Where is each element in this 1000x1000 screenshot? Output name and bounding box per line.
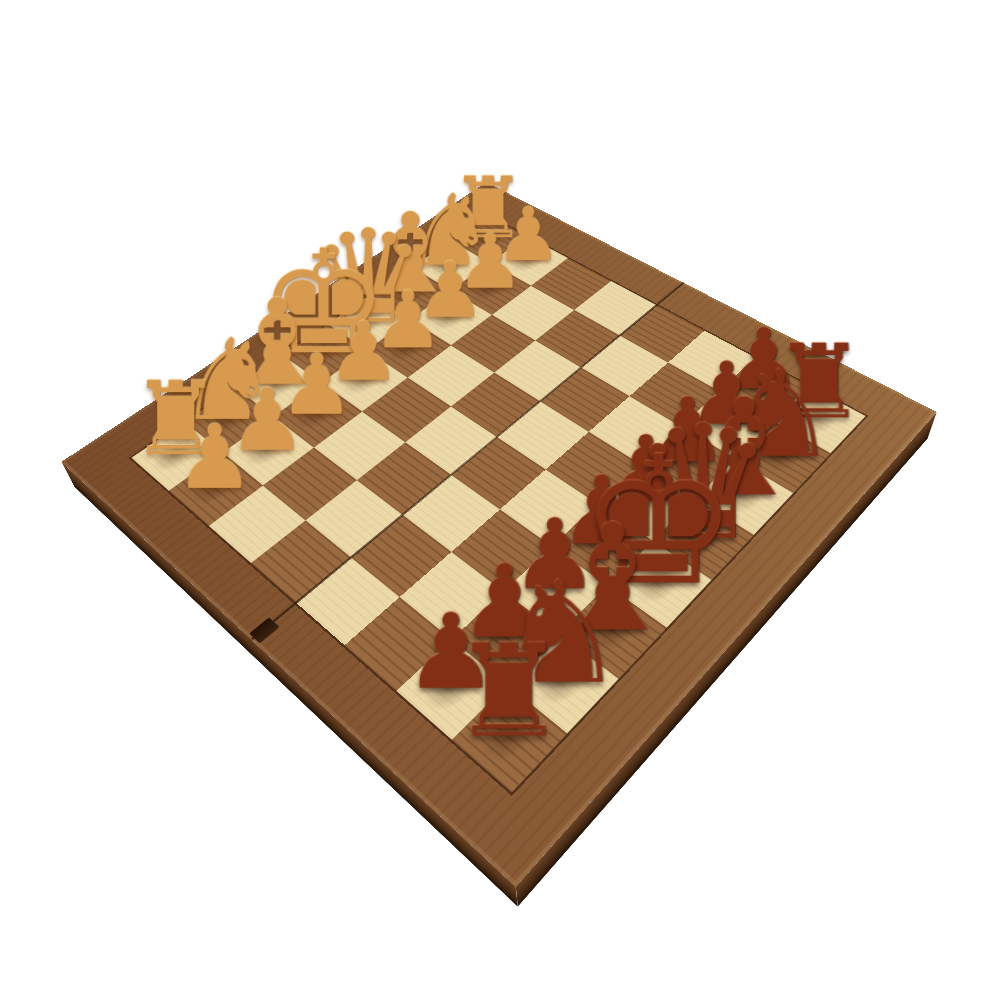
chess-set-photo: ♜♞♝♛♚♝♞♜♟♟♟♟♟♟♟♟♟♟♟♟♟♟♟♟♜♞♝♛♚♝♞♜ (0, 0, 1000, 1000)
pawn-glyph: ♟ (176, 413, 255, 501)
chess-board: ♜♞♝♛♚♝♞♜♟♟♟♟♟♟♟♟♟♟♟♟♟♟♟♟♜♞♝♛♚♝♞♜ (61, 182, 936, 887)
square-h8[interactable]: ♜ (452, 685, 567, 793)
rook-glyph: ♜ (452, 628, 567, 756)
board-squares-grid: ♜♞♝♛♚♝♞♜♟♟♟♟♟♟♟♟♟♟♟♟♟♟♟♟♜♞♝♛♚♝♞♜ (129, 214, 869, 796)
